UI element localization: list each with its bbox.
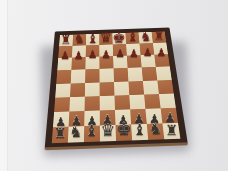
board-square <box>115 124 132 141</box>
board-square <box>113 44 127 56</box>
board-square <box>142 67 158 80</box>
board-square <box>154 54 170 67</box>
board-square <box>69 96 85 111</box>
board-square <box>54 97 70 112</box>
board-grid <box>52 31 181 143</box>
board-square <box>100 82 115 96</box>
board-square <box>85 96 100 111</box>
board-square <box>84 125 100 142</box>
board-square <box>156 67 172 80</box>
board-square <box>125 32 139 44</box>
board-square <box>71 57 85 70</box>
board-square <box>161 108 178 124</box>
board-square <box>86 34 99 46</box>
board-square <box>145 108 162 124</box>
board-square <box>84 110 100 126</box>
board-square <box>99 33 112 45</box>
board-square <box>56 70 71 84</box>
board-square <box>55 83 70 97</box>
board-square <box>153 43 168 55</box>
board-square <box>86 45 100 57</box>
board-square <box>58 46 72 58</box>
board-square <box>53 111 69 127</box>
board-square <box>71 70 86 84</box>
board-square <box>127 55 142 68</box>
board-square <box>113 56 128 69</box>
board-square <box>162 123 180 140</box>
board-square <box>152 31 167 43</box>
board-square <box>114 95 130 110</box>
board-square <box>144 94 161 109</box>
board-square <box>100 95 115 110</box>
board-square <box>143 80 159 94</box>
board-square <box>147 123 165 140</box>
board-square <box>99 45 113 57</box>
board-square <box>85 69 99 83</box>
board-square <box>99 56 113 69</box>
board-square <box>129 94 145 109</box>
wall-seam <box>0 0 8 171</box>
board-square <box>59 35 73 47</box>
board-square <box>114 81 129 95</box>
board-square <box>52 127 69 144</box>
board-square <box>159 93 176 108</box>
board-square <box>138 32 152 44</box>
board-square <box>68 126 84 143</box>
board-square <box>85 82 100 96</box>
board-square <box>114 68 129 81</box>
board-square <box>139 43 154 55</box>
board-square <box>100 125 116 142</box>
board-square <box>100 110 116 126</box>
board-square <box>72 45 86 57</box>
chess-board <box>45 27 189 150</box>
board-square <box>131 124 148 141</box>
board-square <box>115 109 131 125</box>
board-square <box>112 33 126 45</box>
board-square <box>128 81 144 95</box>
chess-photo: ♜♞♝♛♚♝♞♜♟♟♟♟♟♟♟♟♟♟♟♟♟♟♟♟♜♞♝♛♚♝♞♜ <box>0 0 228 171</box>
board-square <box>69 111 85 127</box>
board-square <box>72 34 86 46</box>
board-square <box>126 44 140 56</box>
board-square <box>130 109 147 125</box>
board-square <box>70 83 85 97</box>
board-square <box>157 80 173 94</box>
board-square <box>57 58 72 71</box>
board-square <box>85 57 99 70</box>
board-square <box>141 55 156 68</box>
board-square <box>128 68 143 81</box>
board-square <box>99 69 114 82</box>
